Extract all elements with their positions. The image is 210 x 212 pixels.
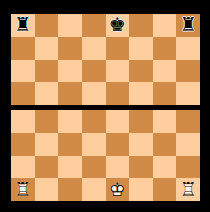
square-h8[interactable]: ♜ [176, 14, 200, 37]
square-c3[interactable] [58, 133, 82, 156]
white-rook[interactable]: ♜♖ [176, 178, 200, 201]
square-d4[interactable] [82, 110, 106, 133]
black-rook[interactable]: ♜ [11, 14, 35, 37]
square-a8[interactable]: ♜ [11, 14, 35, 37]
square-a3[interactable] [11, 133, 35, 156]
white-king-icon: ♔ [109, 179, 126, 198]
square-b8[interactable] [35, 14, 59, 37]
square-a7[interactable] [11, 37, 35, 60]
square-c6[interactable] [58, 60, 82, 83]
square-f8[interactable] [129, 14, 153, 37]
square-f7[interactable] [129, 37, 153, 60]
square-a1[interactable]: ♜♖ [11, 178, 35, 201]
square-b1[interactable] [35, 178, 59, 201]
square-d7[interactable] [82, 37, 106, 60]
square-f3[interactable] [129, 133, 153, 156]
square-d3[interactable] [82, 133, 106, 156]
square-e5[interactable] [106, 82, 130, 105]
square-c5[interactable] [58, 82, 82, 105]
square-g8[interactable] [153, 14, 177, 37]
square-c2[interactable] [58, 156, 82, 179]
black-king-icon: ♚ [109, 15, 126, 34]
square-c1[interactable] [58, 178, 82, 201]
black-rook-icon: ♜ [180, 15, 197, 34]
square-g3[interactable] [153, 133, 177, 156]
square-g4[interactable] [153, 110, 177, 133]
black-king[interactable]: ♚ [106, 14, 130, 37]
square-g5[interactable] [153, 82, 177, 105]
square-c4[interactable] [58, 110, 82, 133]
square-h1[interactable]: ♜♖ [176, 178, 200, 201]
square-d1[interactable] [82, 178, 106, 201]
square-b3[interactable] [35, 133, 59, 156]
square-a6[interactable] [11, 60, 35, 83]
square-e7[interactable] [106, 37, 130, 60]
board-top-half: ♜♚♜ [11, 14, 200, 105]
square-d8[interactable] [82, 14, 106, 37]
board-bottom-half: ♜♖♚♔♜♖ [11, 110, 200, 201]
square-d6[interactable] [82, 60, 106, 83]
square-f4[interactable] [129, 110, 153, 133]
square-c7[interactable] [58, 37, 82, 60]
square-e6[interactable] [106, 60, 130, 83]
square-g1[interactable] [153, 178, 177, 201]
square-h5[interactable] [176, 82, 200, 105]
square-e3[interactable] [106, 133, 130, 156]
black-rook-icon: ♜ [14, 15, 31, 34]
square-a4[interactable] [11, 110, 35, 133]
square-e2[interactable] [106, 156, 130, 179]
square-g6[interactable] [153, 60, 177, 83]
square-b6[interactable] [35, 60, 59, 83]
square-h7[interactable] [176, 37, 200, 60]
square-f1[interactable] [129, 178, 153, 201]
chessboard: ♜♚♜ ♜♖♚♔♜♖ [11, 14, 200, 201]
square-e1[interactable]: ♚♔ [106, 178, 130, 201]
square-a5[interactable] [11, 82, 35, 105]
square-b2[interactable] [35, 156, 59, 179]
white-rook-icon: ♖ [14, 179, 31, 198]
square-d5[interactable] [82, 82, 106, 105]
square-b5[interactable] [35, 82, 59, 105]
square-e4[interactable] [106, 110, 130, 133]
square-f6[interactable] [129, 60, 153, 83]
square-h4[interactable] [176, 110, 200, 133]
square-e8[interactable]: ♚ [106, 14, 130, 37]
square-b7[interactable] [35, 37, 59, 60]
white-king[interactable]: ♚♔ [106, 178, 130, 201]
square-g7[interactable] [153, 37, 177, 60]
square-h2[interactable] [176, 156, 200, 179]
square-g2[interactable] [153, 156, 177, 179]
square-f5[interactable] [129, 82, 153, 105]
square-c8[interactable] [58, 14, 82, 37]
white-rook-icon: ♖ [180, 179, 197, 198]
square-b4[interactable] [35, 110, 59, 133]
square-h6[interactable] [176, 60, 200, 83]
white-rook[interactable]: ♜♖ [11, 178, 35, 201]
square-f2[interactable] [129, 156, 153, 179]
square-d2[interactable] [82, 156, 106, 179]
black-rook[interactable]: ♜ [176, 14, 200, 37]
square-h3[interactable] [176, 133, 200, 156]
square-a2[interactable] [11, 156, 35, 179]
